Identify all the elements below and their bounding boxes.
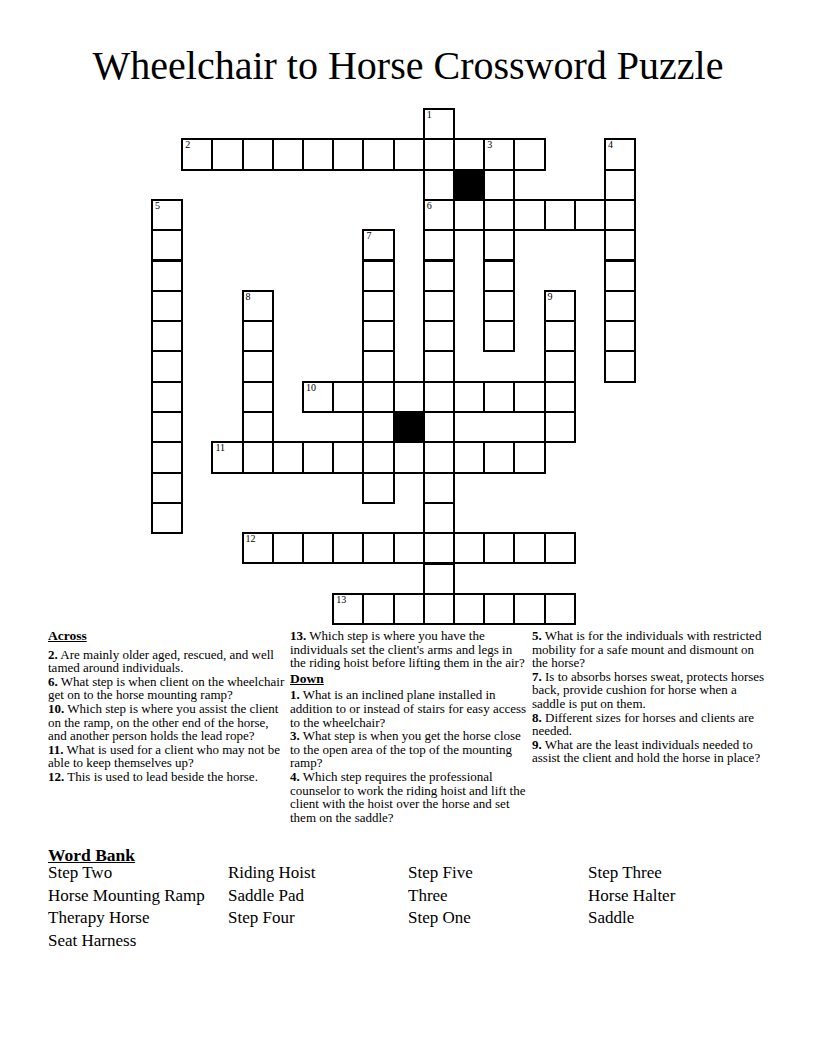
cell-number-7: 7 [366, 231, 371, 241]
cell-3-15[interactable] [604, 199, 636, 231]
cell-7-15[interactable] [604, 320, 636, 352]
cell-number-2: 2 [185, 140, 190, 150]
cell-11-5[interactable] [302, 441, 334, 473]
word-bank-column-2: Riding HoistSaddle PadStep Four [228, 862, 315, 930]
cell-4-9[interactable] [423, 229, 455, 261]
word-bank-item-step-three: Step Three [588, 862, 675, 885]
cell-7-9[interactable] [423, 320, 455, 352]
cell-11-0[interactable] [151, 441, 183, 473]
black-cell-2-10 [453, 169, 485, 201]
cell-8-3[interactable] [242, 350, 274, 382]
word-bank-item-three: Three [408, 885, 473, 908]
cell-4-0[interactable] [151, 229, 183, 261]
clue-number: 9. [532, 737, 542, 752]
cell-9-0[interactable] [151, 381, 183, 413]
cell-10-9[interactable] [423, 411, 455, 443]
cell-1-3[interactable] [242, 138, 274, 170]
cell-14-11[interactable] [483, 532, 515, 564]
cell-number-8: 8 [246, 292, 251, 302]
cell-6-7[interactable] [362, 290, 394, 322]
black-cell-10-8 [393, 411, 425, 443]
crossword-grid: 12345678910111213 [151, 108, 637, 626]
cell-7-13[interactable] [544, 320, 576, 352]
cell-number-10: 10 [306, 383, 316, 393]
cell-14-10[interactable] [453, 532, 485, 564]
cell-1-2[interactable] [211, 138, 243, 170]
cell-9-7[interactable] [362, 381, 394, 413]
cell-11-2[interactable]: 11 [211, 441, 243, 473]
clue-column-1: Across2. Are mainly older aged, rescued,… [48, 629, 289, 784]
cell-8-9[interactable] [423, 350, 455, 382]
cell-7-0[interactable] [151, 320, 183, 352]
cell-10-7[interactable] [362, 411, 394, 443]
clue-4-down: 4. Which step requires the professional … [290, 770, 531, 824]
cell-11-6[interactable] [332, 441, 364, 473]
clue-number: 7. [532, 669, 542, 684]
clue-10-across: 10. Which step is where you assist the c… [48, 702, 289, 743]
cell-11-3[interactable] [242, 441, 274, 473]
cell-2-11[interactable] [483, 169, 515, 201]
cell-14-13[interactable] [544, 532, 576, 564]
cell-9-11[interactable] [483, 381, 515, 413]
cell-1-11[interactable]: 3 [483, 138, 515, 170]
cell-16-8[interactable] [393, 593, 425, 625]
clue-6-across: 6. What step is when client on the wheel… [48, 675, 289, 702]
cell-11-11[interactable] [483, 441, 515, 473]
cell-7-11[interactable] [483, 320, 515, 352]
cell-6-13[interactable]: 9 [544, 290, 576, 322]
cell-9-13[interactable] [544, 381, 576, 413]
cell-7-7[interactable] [362, 320, 394, 352]
cell-3-0[interactable]: 5 [151, 199, 183, 231]
clue-5-down: 5. What is for the individuals with rest… [532, 629, 773, 670]
clue-9-down: 9. What are the least individuals needed… [532, 738, 773, 765]
cell-4-11[interactable] [483, 229, 515, 261]
cell-7-3[interactable] [242, 320, 274, 352]
cell-11-10[interactable] [453, 441, 485, 473]
cell-1-6[interactable] [332, 138, 364, 170]
cell-16-10[interactable] [453, 593, 485, 625]
clue-2-across: 2. Are mainly older aged, rescued, and w… [48, 648, 289, 675]
cell-11-8[interactable] [393, 441, 425, 473]
cell-1-4[interactable] [272, 138, 304, 170]
cell-number-6: 6 [427, 201, 432, 211]
cell-1-8[interactable] [393, 138, 425, 170]
clue-number: 5. [532, 628, 542, 643]
cell-9-3[interactable] [242, 381, 274, 413]
cell-5-7[interactable] [362, 260, 394, 292]
cell-4-15[interactable] [604, 229, 636, 261]
cell-9-8[interactable] [393, 381, 425, 413]
cell-16-11[interactable] [483, 593, 515, 625]
cell-9-9[interactable] [423, 381, 455, 413]
word-bank-column-4: Step ThreeHorse HalterSaddle [588, 862, 675, 930]
clue-number: 11. [48, 742, 64, 757]
cell-8-13[interactable] [544, 350, 576, 382]
word-bank-item-saddle: Saddle [588, 907, 675, 930]
down-header: Down [290, 672, 531, 686]
cell-14-5[interactable] [302, 532, 334, 564]
cell-9-5[interactable]: 10 [302, 381, 334, 413]
clue-number: 2. [48, 647, 58, 662]
clue-3-down: 3. What step is when you get the horse c… [290, 729, 531, 770]
cell-6-15[interactable] [604, 290, 636, 322]
clue-number: 6. [48, 674, 58, 689]
across-header: Across [48, 629, 289, 643]
cell-1-1[interactable]: 2 [181, 138, 213, 170]
cell-8-0[interactable] [151, 350, 183, 382]
cell-1-10[interactable] [453, 138, 485, 170]
page-title: Wheelchair to Horse Crossword Puzzle [0, 42, 816, 89]
clue-number: 12. [48, 769, 64, 784]
cell-3-13[interactable] [544, 199, 576, 231]
cell-3-14[interactable] [574, 199, 606, 231]
word-bank-item-step-two: Step Two [48, 862, 205, 885]
clue-number: 13. [290, 628, 306, 643]
cell-11-4[interactable] [272, 441, 304, 473]
cell-1-5[interactable] [302, 138, 334, 170]
cell-10-13[interactable] [544, 411, 576, 443]
clue-number: 10. [48, 701, 64, 716]
clue-11-across: 11. What is used for a client who may no… [48, 743, 289, 770]
word-bank-item-seat-harness: Seat Harness [48, 930, 205, 953]
cell-13-9[interactable] [423, 502, 455, 534]
cell-0-9[interactable]: 1 [423, 108, 455, 140]
cell-9-12[interactable] [513, 381, 545, 413]
cell-number-5: 5 [155, 201, 160, 211]
cell-16-7[interactable] [362, 593, 394, 625]
cell-16-13[interactable] [544, 593, 576, 625]
cell-16-12[interactable] [513, 593, 545, 625]
word-bank-item-step-five: Step Five [408, 862, 473, 885]
word-bank-item-riding-hoist: Riding Hoist [228, 862, 315, 885]
cell-number-1: 1 [427, 110, 432, 120]
clue-7-down: 7. Is to absorbs horses sweat, protects … [532, 670, 773, 711]
cell-5-15[interactable] [604, 260, 636, 292]
clue-12-across: 12. This is used to lead beside the hors… [48, 770, 289, 784]
cell-2-9[interactable] [423, 169, 455, 201]
cell-number-4: 4 [608, 140, 613, 150]
cell-12-7[interactable] [362, 472, 394, 504]
cell-9-10[interactable] [453, 381, 485, 413]
clue-8-down: 8. Different sizes for horses and client… [532, 711, 773, 738]
cell-10-0[interactable] [151, 411, 183, 443]
cell-3-9[interactable]: 6 [423, 199, 455, 231]
cell-3-10[interactable] [453, 199, 485, 231]
clue-number: 4. [290, 769, 300, 784]
cell-14-4[interactable] [272, 532, 304, 564]
clue-column-2: 13. Which step is where you have the ind… [290, 629, 531, 824]
cell-6-11[interactable] [483, 290, 515, 322]
cell-11-7[interactable] [362, 441, 394, 473]
clue-number: 3. [290, 728, 300, 743]
word-bank-column-1: Step TwoHorse Mounting RampTherapy Horse… [48, 862, 205, 952]
clue-number: 1. [290, 687, 300, 702]
cell-number-3: 3 [487, 140, 492, 150]
clue-13-across: 13. Which step is where you have the ind… [290, 629, 531, 670]
page: Wheelchair to Horse Crossword Puzzle 123… [0, 0, 816, 1056]
cell-6-9[interactable] [423, 290, 455, 322]
cell-10-3[interactable] [242, 411, 274, 443]
cell-8-15[interactable] [604, 350, 636, 382]
cell-1-15[interactable]: 4 [604, 138, 636, 170]
cell-16-9[interactable] [423, 593, 455, 625]
cell-14-9[interactable] [423, 532, 455, 564]
cell-16-6[interactable]: 13 [332, 593, 364, 625]
cell-12-9[interactable] [423, 472, 455, 504]
cell-14-12[interactable] [513, 532, 545, 564]
word-bank-item-step-one: Step One [408, 907, 473, 930]
cell-number-9: 9 [548, 292, 553, 302]
cell-1-12[interactable] [513, 138, 545, 170]
cell-4-7[interactable]: 7 [362, 229, 394, 261]
clue-1-down: 1. What is an inclined plane installed i… [290, 688, 531, 729]
cell-11-9[interactable] [423, 441, 455, 473]
cell-5-11[interactable] [483, 260, 515, 292]
cell-6-3[interactable]: 8 [242, 290, 274, 322]
cell-3-11[interactable] [483, 199, 515, 231]
word-bank-item-saddle-pad: Saddle Pad [228, 885, 315, 908]
cell-2-15[interactable] [604, 169, 636, 201]
word-bank-item-horse-halter: Horse Halter [588, 885, 675, 908]
cell-5-9[interactable] [423, 260, 455, 292]
cell-5-0[interactable] [151, 260, 183, 292]
cell-6-0[interactable] [151, 290, 183, 322]
clue-number: 8. [532, 710, 542, 725]
word-bank-column-3: Step FiveThreeStep One [408, 862, 473, 930]
cell-14-8[interactable] [393, 532, 425, 564]
word-bank-item-horse-mounting-ramp: Horse Mounting Ramp [48, 885, 205, 908]
cell-14-6[interactable] [332, 532, 364, 564]
cell-9-6[interactable] [332, 381, 364, 413]
cell-number-13: 13 [336, 595, 346, 605]
cell-3-12[interactable] [513, 199, 545, 231]
cell-14-7[interactable] [362, 532, 394, 564]
cell-11-12[interactable] [513, 441, 545, 473]
cell-15-9[interactable] [423, 563, 455, 595]
cell-12-0[interactable] [151, 472, 183, 504]
word-bank-item-therapy-horse: Therapy Horse [48, 907, 205, 930]
cell-13-0[interactable] [151, 502, 183, 534]
cell-number-11: 11 [215, 443, 225, 453]
clue-column-3: 5. What is for the individuals with rest… [532, 629, 773, 765]
word-bank-item-step-four: Step Four [228, 907, 315, 930]
cell-8-7[interactable] [362, 350, 394, 382]
cell-14-3[interactable]: 12 [242, 532, 274, 564]
cell-number-12: 12 [246, 534, 256, 544]
cell-1-7[interactable] [362, 138, 394, 170]
cell-1-9[interactable] [423, 138, 455, 170]
